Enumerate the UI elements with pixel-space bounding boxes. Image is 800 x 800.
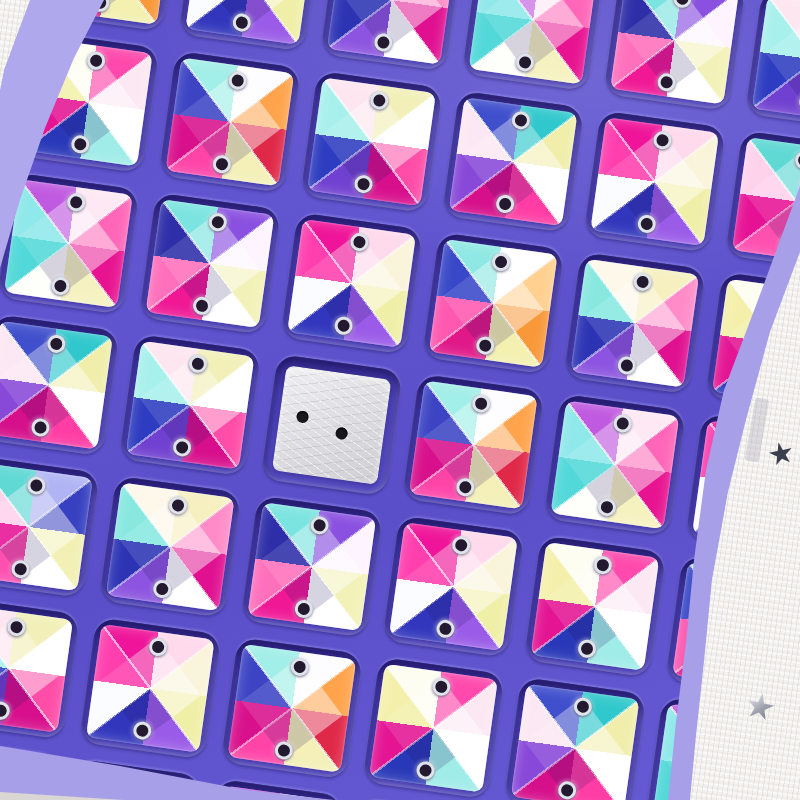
crystal-face-up xyxy=(590,117,719,246)
crystal-face-up xyxy=(307,77,436,206)
tray-pocket xyxy=(362,657,504,799)
tray-pocket xyxy=(382,515,524,657)
crystal-face-up xyxy=(106,482,235,611)
tray-pocket xyxy=(320,0,462,71)
crystal-face-up xyxy=(752,0,800,124)
crystal-face-up xyxy=(185,0,314,45)
tray-pocket xyxy=(179,0,321,51)
crystal-face-up xyxy=(287,219,416,348)
crystal-face-up xyxy=(369,664,498,793)
tray-pocket xyxy=(564,252,706,394)
crystal-face-up xyxy=(570,259,699,388)
tray-pocket xyxy=(422,232,564,374)
crystal-face-up xyxy=(531,542,660,671)
tray-pocket xyxy=(221,637,363,779)
rhinestone-tray xyxy=(0,0,800,800)
crystal-face-up xyxy=(4,179,133,308)
crystal-face-up xyxy=(429,239,558,368)
tray-pocket xyxy=(603,0,745,111)
crystal-face-up xyxy=(389,522,518,651)
tray-pocket xyxy=(745,0,800,131)
crystal-face-up xyxy=(610,0,739,104)
sew-hole-icon xyxy=(334,427,348,441)
tray-pocket xyxy=(0,597,80,739)
crystal-face-up xyxy=(0,321,113,450)
crystal-face-up xyxy=(551,400,680,529)
facet-pyramid-highlight xyxy=(610,0,739,104)
facet-pyramid-highlight xyxy=(327,0,456,65)
tray-pocket xyxy=(504,677,646,800)
tray-pocket xyxy=(584,110,726,252)
crystal-face-up xyxy=(166,58,295,187)
crystal-face-up xyxy=(86,624,215,753)
crystal-face-up xyxy=(126,341,255,470)
crystal-face-up xyxy=(511,684,640,800)
crystal-face-up xyxy=(0,604,73,733)
crystal-face-up xyxy=(228,644,357,773)
tray-pocket xyxy=(139,192,281,334)
tray-pocket xyxy=(524,535,666,677)
tray-grid xyxy=(0,0,800,800)
tray-pocket xyxy=(280,212,422,354)
tray-pocket xyxy=(544,394,686,536)
crystal-face-up xyxy=(327,0,456,65)
tray-pocket xyxy=(300,71,442,213)
tray-pocket xyxy=(79,617,221,759)
tray-pocket xyxy=(402,374,544,516)
tray-pocket xyxy=(0,456,100,598)
tray-pocket xyxy=(159,51,301,193)
crystal-back-silver xyxy=(272,365,392,485)
crystal-face-up xyxy=(409,381,538,510)
sew-hole-icon xyxy=(296,410,310,424)
tray-pocket xyxy=(261,354,403,496)
tray-pocket xyxy=(99,476,241,618)
crystal-face-up xyxy=(247,502,376,631)
tray-pocket xyxy=(442,91,584,233)
crystal-face-up xyxy=(469,0,598,85)
photo-stage xyxy=(0,0,800,800)
tray-pocket xyxy=(462,0,604,91)
tray-pocket xyxy=(0,314,120,456)
crystal-face-up xyxy=(0,462,93,591)
crystal-face-up xyxy=(146,199,275,328)
crystal-face-up xyxy=(449,97,578,226)
tray-pocket xyxy=(241,496,383,638)
facet-pyramid-highlight xyxy=(752,0,800,124)
tray-pocket xyxy=(119,334,261,476)
facet-pyramid-highlight xyxy=(469,0,598,85)
